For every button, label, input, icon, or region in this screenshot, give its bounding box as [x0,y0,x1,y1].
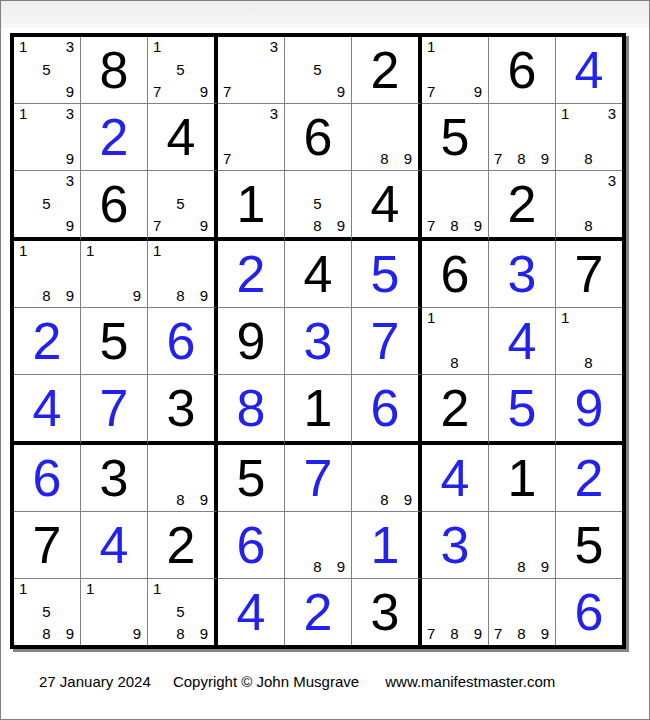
candidate-digit: 8 [584,355,592,370]
cell-r7c4[interactable]: 5 [218,445,285,512]
given-digit: 7 [556,241,622,307]
solved-digit: 7 [81,375,147,441]
given-digit: 1 [489,445,555,511]
cell-r8c1[interactable]: 7 [14,512,81,579]
solved-digit: 7 [285,445,351,511]
given-digit: 9 [218,308,284,374]
candidate-digit: 5 [42,604,50,619]
candidate-digit: 3 [66,173,74,188]
cell-r6c4[interactable]: 8 [218,375,285,445]
candidate-digit: 5 [176,196,184,211]
candidate-grid: 179 [422,37,488,103]
cell-r2c4[interactable]: 37 [218,104,285,171]
cell-r5c9[interactable]: 18 [556,308,622,375]
candidate-grid: 18 [556,308,622,374]
cell-r5c3[interactable]: 6 [148,308,218,375]
cell-r7c7[interactable]: 4 [422,445,489,512]
candidate-grid: 1359 [14,37,80,103]
cell-r8c5[interactable]: 89 [285,512,352,579]
cell-r4c4[interactable]: 2 [218,241,285,308]
candidate-grid: 138 [556,104,622,170]
solved-digit: 4 [14,375,80,441]
given-digit: 2 [148,512,214,578]
cell-r7c3[interactable]: 89 [148,445,218,512]
cell-r1c2[interactable]: 8 [81,37,148,104]
cell-r5c4[interactable]: 9 [218,308,285,375]
cell-r5c7[interactable]: 18 [422,308,489,375]
cell-r7c6[interactable]: 89 [352,445,422,512]
cell-r8c3[interactable]: 2 [148,512,218,579]
given-digit: 6 [422,241,488,307]
candidate-digit: 8 [42,626,50,641]
candidate-digit: 7 [427,218,435,233]
candidate-digit: 9 [541,151,549,166]
solved-digit: 4 [422,445,488,511]
candidate-digit: 1 [427,39,435,54]
solved-digit: 2 [218,241,284,307]
candidate-digit: 9 [404,492,412,507]
candidate-grid: 189 [148,241,214,307]
given-digit: 5 [422,104,488,170]
page-header-band [1,1,649,28]
candidate-digit: 9 [474,84,482,99]
candidate-digit: 1 [19,106,27,121]
solved-digit: 4 [489,308,555,374]
candidate-digit: 1 [153,39,161,54]
cell-r6c9[interactable]: 9 [556,375,622,445]
candidate-grid: 189 [14,241,80,307]
cell-r1c6[interactable]: 2 [352,37,422,104]
cell-r4c5[interactable]: 4 [285,241,352,308]
candidate-digit: 1 [561,310,569,325]
cell-r3c8[interactable]: 2 [489,171,556,241]
solved-digit: 2 [14,308,80,374]
solved-digit: 5 [489,375,555,441]
candidate-digit: 3 [270,39,278,54]
candidate-grid: 59 [285,37,351,103]
cell-r6c6[interactable]: 6 [352,375,422,445]
candidate-grid: 19 [81,579,147,645]
puzzle-page: 1359815793759217964139243768957891383596… [0,0,650,720]
given-digit: 5 [81,308,147,374]
solved-digit: 2 [556,445,622,511]
cell-r8c7[interactable]: 3 [422,512,489,579]
solved-digit: 1 [352,512,418,578]
candidate-digit: 9 [200,492,208,507]
candidate-digit: 9 [200,84,208,99]
candidate-digit: 9 [66,84,74,99]
cell-r5c2[interactable]: 5 [81,308,148,375]
candidate-digit: 8 [517,559,525,574]
given-digit: 1 [285,375,351,441]
candidate-digit: 8 [313,218,321,233]
cell-r1c1[interactable]: 1359 [14,37,81,104]
candidate-grid: 789 [489,579,555,645]
cell-r6c2[interactable]: 7 [81,375,148,445]
cell-r2c8[interactable]: 789 [489,104,556,171]
solved-digit: 3 [422,512,488,578]
candidate-digit: 5 [176,604,184,619]
cell-r1c8[interactable]: 6 [489,37,556,104]
cell-r1c5[interactable]: 59 [285,37,352,104]
given-digit: 6 [81,171,147,237]
cell-r6c5[interactable]: 1 [285,375,352,445]
cell-r9c9[interactable]: 6 [556,579,622,645]
candidate-digit: 5 [176,62,184,77]
candidate-grid: 789 [422,171,488,237]
candidate-grid: 19 [81,241,147,307]
cell-r7c9[interactable]: 2 [556,445,622,512]
candidate-digit: 8 [176,492,184,507]
candidate-digit: 7 [153,218,161,233]
candidate-digit: 9 [133,288,141,303]
cell-r5c8[interactable]: 4 [489,308,556,375]
given-digit: 4 [285,241,351,307]
candidate-digit: 5 [42,196,50,211]
candidate-digit: 8 [450,355,458,370]
cell-r7c2[interactable]: 3 [81,445,148,512]
solved-digit: 3 [489,241,555,307]
solved-digit: 5 [352,241,418,307]
candidate-grid: 1589 [148,579,214,645]
candidate-digit: 8 [176,626,184,641]
given-digit: 4 [148,104,214,170]
candidate-digit: 1 [561,106,569,121]
candidate-digit: 1 [86,243,94,258]
candidate-digit: 3 [66,39,74,54]
footer-website-link[interactable]: www.manifestmaster.com [385,673,555,690]
candidate-digit: 3 [270,106,278,121]
candidate-digit: 8 [584,151,592,166]
given-digit: 2 [352,37,418,103]
cell-r6c3[interactable]: 3 [148,375,218,445]
cell-r3c5[interactable]: 589 [285,171,352,241]
cell-r7c1[interactable]: 6 [14,445,81,512]
given-digit: 4 [352,171,418,237]
candidate-digit: 9 [66,626,74,641]
given-digit: 5 [218,445,284,511]
solved-digit: 8 [218,375,284,441]
solved-digit: 4 [81,512,147,578]
candidate-digit: 3 [608,173,616,188]
cell-r4c8[interactable]: 3 [489,241,556,308]
solved-digit: 6 [218,512,284,578]
cell-r3c7[interactable]: 789 [422,171,489,241]
cell-r8c9[interactable]: 5 [556,512,622,579]
cell-r3c4[interactable]: 1 [218,171,285,241]
solved-digit: 6 [556,579,622,645]
candidate-grid: 37 [218,104,284,170]
solved-digit: 2 [285,579,351,645]
cell-r1c9[interactable]: 4 [556,37,622,104]
candidate-digit: 9 [541,559,549,574]
solved-digit: 4 [218,579,284,645]
cell-r9c1[interactable]: 1589 [14,579,81,645]
candidate-grid: 89 [352,104,418,170]
cell-r9c6[interactable]: 3 [352,579,422,645]
cell-r5c6[interactable]: 7 [352,308,422,375]
solved-digit: 3 [285,308,351,374]
cell-r2c2[interactable]: 2 [81,104,148,171]
candidate-grid: 789 [489,104,555,170]
cell-r8c4[interactable]: 6 [218,512,285,579]
candidate-digit: 9 [133,626,141,641]
candidate-digit: 9 [541,626,549,641]
cell-r2c9[interactable]: 138 [556,104,622,171]
cell-r3c2[interactable]: 6 [81,171,148,241]
candidate-digit: 7 [494,151,502,166]
candidate-grid: 89 [148,445,214,511]
candidate-digit: 9 [337,84,345,99]
candidate-digit: 7 [153,84,161,99]
cell-r1c7[interactable]: 179 [422,37,489,104]
candidate-digit: 9 [474,218,482,233]
candidate-digit: 1 [19,581,27,596]
cell-r6c8[interactable]: 5 [489,375,556,445]
given-digit: 6 [285,104,351,170]
given-digit: 8 [81,37,147,103]
sudoku-board: 1359815793759217964139243768957891383596… [10,33,626,649]
cell-r8c2[interactable]: 4 [81,512,148,579]
candidate-digit: 5 [42,62,50,77]
candidate-digit: 5 [313,196,321,211]
cell-r2c3[interactable]: 4 [148,104,218,171]
cell-r4c2[interactable]: 19 [81,241,148,308]
cell-r1c4[interactable]: 37 [218,37,285,104]
candidate-digit: 8 [584,218,592,233]
candidate-digit: 9 [66,151,74,166]
candidate-digit: 3 [608,106,616,121]
cell-r9c2[interactable]: 19 [81,579,148,645]
solved-digit: 4 [556,37,622,103]
cell-r3c3[interactable]: 579 [148,171,218,241]
cell-r3c9[interactable]: 38 [556,171,622,241]
candidate-digit: 8 [42,288,50,303]
candidate-grid: 38 [556,171,622,237]
candidate-digit: 9 [474,626,482,641]
candidate-grid: 1579 [148,37,214,103]
candidate-digit: 9 [200,288,208,303]
cell-r9c8[interactable]: 789 [489,579,556,645]
candidate-grid: 359 [14,171,80,237]
cell-r9c5[interactable]: 2 [285,579,352,645]
candidate-grid: 37 [218,37,284,103]
candidate-digit: 1 [86,581,94,596]
candidate-digit: 8 [517,626,525,641]
candidate-digit: 8 [380,151,388,166]
cell-r5c1[interactable]: 2 [14,308,81,375]
cell-r7c5[interactable]: 7 [285,445,352,512]
cell-r2c7[interactable]: 5 [422,104,489,171]
candidate-digit: 7 [223,151,231,166]
candidate-grid: 789 [422,579,488,645]
cell-r2c1[interactable]: 139 [14,104,81,171]
candidate-digit: 9 [200,626,208,641]
cell-r4c9[interactable]: 7 [556,241,622,308]
candidate-digit: 7 [427,626,435,641]
candidate-grid: 89 [352,445,418,511]
given-digit: 3 [81,445,147,511]
candidate-digit: 1 [19,39,27,54]
cell-r4c6[interactable]: 5 [352,241,422,308]
candidate-digit: 1 [427,310,435,325]
candidate-digit: 1 [153,243,161,258]
given-digit: 1 [218,171,284,237]
candidate-digit: 5 [313,62,321,77]
solved-digit: 7 [352,308,418,374]
solved-digit: 6 [148,308,214,374]
candidate-grid: 89 [489,512,555,578]
candidate-digit: 7 [494,626,502,641]
candidate-digit: 9 [337,218,345,233]
cell-r9c7[interactable]: 789 [422,579,489,645]
candidate-digit: 8 [450,218,458,233]
candidate-digit: 8 [517,151,525,166]
solved-digit: 9 [556,375,622,441]
candidate-grid: 589 [285,171,351,237]
cell-r8c8[interactable]: 89 [489,512,556,579]
candidate-grid: 139 [14,104,80,170]
candidate-digit: 7 [427,84,435,99]
cell-r3c1[interactable]: 359 [14,171,81,241]
candidate-digit: 1 [153,581,161,596]
cell-r4c7[interactable]: 6 [422,241,489,308]
cell-r2c6[interactable]: 89 [352,104,422,171]
given-digit: 3 [148,375,214,441]
given-digit: 6 [489,37,555,103]
cell-r6c1[interactable]: 4 [14,375,81,445]
candidate-digit: 1 [19,243,27,258]
solved-digit: 6 [352,375,418,441]
footer: 27 January 2024 Copyright © John Musgrav… [39,673,555,690]
candidate-grid: 89 [285,512,351,578]
candidate-digit: 8 [450,626,458,641]
candidate-grid: 1589 [14,579,80,645]
candidate-digit: 8 [313,559,321,574]
cell-r2c5[interactable]: 6 [285,104,352,171]
footer-copyright: Copyright © John Musgrave [173,673,359,690]
given-digit: 5 [556,512,622,578]
candidate-digit: 8 [176,288,184,303]
candidate-digit: 7 [223,84,231,99]
candidate-digit: 9 [66,288,74,303]
candidate-grid: 579 [148,171,214,237]
given-digit: 2 [422,375,488,441]
footer-date: 27 January 2024 [39,673,151,690]
candidate-grid: 18 [422,308,488,374]
cell-r8c6[interactable]: 1 [352,512,422,579]
cell-r9c4[interactable]: 4 [218,579,285,645]
cell-r7c8[interactable]: 1 [489,445,556,512]
candidate-digit: 9 [337,559,345,574]
cell-r1c3[interactable]: 1579 [148,37,218,104]
given-digit: 2 [489,171,555,237]
cell-r4c3[interactable]: 189 [148,241,218,308]
candidate-digit: 9 [200,218,208,233]
candidate-digit: 8 [380,492,388,507]
cell-r3c6[interactable]: 4 [352,171,422,241]
cell-r5c5[interactable]: 3 [285,308,352,375]
given-digit: 3 [352,579,418,645]
solved-digit: 6 [14,445,80,511]
cell-r6c7[interactable]: 2 [422,375,489,445]
candidate-digit: 3 [66,106,74,121]
cell-r4c1[interactable]: 189 [14,241,81,308]
candidate-digit: 9 [404,151,412,166]
candidate-digit: 9 [66,218,74,233]
solved-digit: 2 [81,104,147,170]
cell-r9c3[interactable]: 1589 [148,579,218,645]
given-digit: 7 [14,512,80,578]
